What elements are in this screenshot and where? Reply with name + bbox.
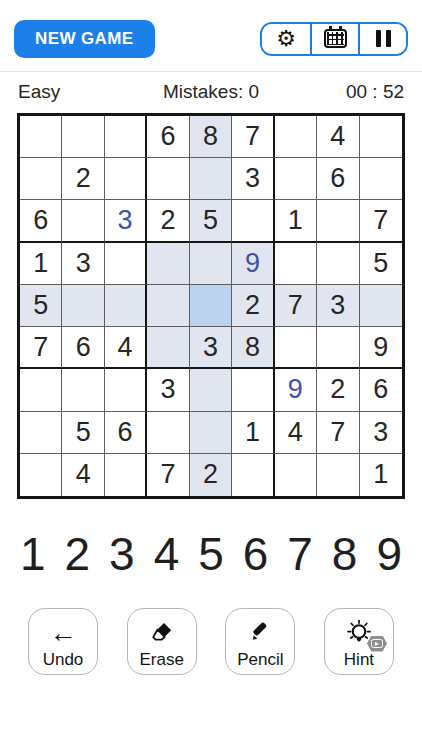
numpad-8[interactable]: 8 [332, 529, 358, 580]
cell-r5c4[interactable] [147, 285, 189, 327]
cell-r2c4[interactable] [147, 158, 189, 200]
cell-r9c7[interactable] [275, 454, 317, 496]
new-game-button[interactable]: NEW GAME [14, 20, 155, 58]
cell-r7c9[interactable]: 6 [360, 369, 402, 411]
cell-r6c5[interactable]: 3 [190, 327, 232, 369]
cell-r8c3[interactable]: 6 [105, 412, 147, 454]
cell-r9c3[interactable] [105, 454, 147, 496]
cell-r8c6[interactable]: 1 [232, 412, 274, 454]
cell-r5c6[interactable]: 2 [232, 285, 274, 327]
cell-r6c7[interactable] [275, 327, 317, 369]
cell-r8c1[interactable] [20, 412, 62, 454]
numpad-2[interactable]: 2 [65, 529, 91, 580]
cell-r4c9[interactable]: 5 [360, 243, 402, 285]
cell-r4c4[interactable] [147, 243, 189, 285]
toolbar: ← Undo Erase Pencil [0, 608, 422, 675]
erase-label: Erase [139, 651, 183, 668]
cell-r9c1[interactable] [20, 454, 62, 496]
cell-r8c4[interactable] [147, 412, 189, 454]
cell-r6c8[interactable] [317, 327, 359, 369]
mistakes-label: Mistakes: 0 [147, 81, 276, 103]
cell-r9c8[interactable] [317, 454, 359, 496]
cell-r3c2[interactable] [62, 200, 104, 242]
cell-r2c8[interactable]: 6 [317, 158, 359, 200]
cell-r7c6[interactable] [232, 369, 274, 411]
gear-icon: ⚙ [276, 28, 296, 50]
cell-r3c6[interactable] [232, 200, 274, 242]
cell-r2c9[interactable] [360, 158, 402, 200]
cell-r8c7[interactable]: 4 [275, 412, 317, 454]
cell-r7c1[interactable] [20, 369, 62, 411]
undo-arrow-icon: ← [50, 620, 77, 647]
cell-r2c7[interactable] [275, 158, 317, 200]
hint-button[interactable]: Hint [324, 608, 394, 675]
cell-r3c3[interactable]: 3 [105, 200, 147, 242]
number-pad: 123456789 [0, 529, 422, 580]
cell-r4c1[interactable]: 1 [20, 243, 62, 285]
calendar-icon [324, 29, 347, 48]
play-icon [375, 642, 379, 646]
calendar-tab [329, 26, 332, 31]
hint-label: Hint [344, 651, 374, 668]
cell-r6c9[interactable]: 9 [360, 327, 402, 369]
settings-button[interactable]: ⚙ [262, 24, 310, 54]
numpad-7[interactable]: 7 [287, 529, 313, 580]
cell-r7c7[interactable]: 9 [275, 369, 317, 411]
cell-r3c4[interactable]: 2 [147, 200, 189, 242]
cell-r7c5[interactable] [190, 369, 232, 411]
cell-r4c8[interactable] [317, 243, 359, 285]
cell-r2c3[interactable] [105, 158, 147, 200]
difficulty-label: Easy [18, 81, 147, 103]
calendar-tab [339, 26, 342, 31]
cell-r6c4[interactable] [147, 327, 189, 369]
numpad-4[interactable]: 4 [154, 529, 180, 580]
cell-r1c7[interactable] [275, 116, 317, 158]
numpad-9[interactable]: 9 [376, 529, 402, 580]
cell-r2c1[interactable] [20, 158, 62, 200]
cell-r9c4[interactable]: 7 [147, 454, 189, 496]
cell-r3c8[interactable] [317, 200, 359, 242]
calendar-grid [327, 32, 344, 45]
cell-r5c9[interactable] [360, 285, 402, 327]
cell-r1c8[interactable]: 4 [317, 116, 359, 158]
cell-r2c6[interactable]: 3 [232, 158, 274, 200]
cell-r8c5[interactable] [190, 412, 232, 454]
cell-r7c3[interactable] [105, 369, 147, 411]
cell-r3c5[interactable]: 5 [190, 200, 232, 242]
cell-r7c8[interactable]: 2 [317, 369, 359, 411]
numpad-6[interactable]: 6 [243, 529, 269, 580]
status-row: Easy Mistakes: 0 00 : 52 [0, 72, 422, 111]
pencil-label: Pencil [237, 651, 283, 668]
cell-r4c5[interactable] [190, 243, 232, 285]
cell-r7c2[interactable] [62, 369, 104, 411]
cell-r5c2[interactable] [62, 285, 104, 327]
numpad-5[interactable]: 5 [198, 529, 224, 580]
pause-button[interactable] [358, 24, 406, 54]
cell-r7c4[interactable]: 3 [147, 369, 189, 411]
eraser-icon [148, 619, 175, 649]
cell-r5c7[interactable]: 7 [275, 285, 317, 327]
cell-r9c5[interactable]: 2 [190, 454, 232, 496]
undo-button[interactable]: ← Undo [28, 608, 98, 675]
cell-r6c3[interactable]: 4 [105, 327, 147, 369]
cell-r5c5[interactable] [190, 285, 232, 327]
cell-r4c3[interactable] [105, 243, 147, 285]
cell-r6c1[interactable]: 7 [20, 327, 62, 369]
cell-r8c9[interactable]: 3 [360, 412, 402, 454]
cell-r1c2[interactable] [62, 116, 104, 158]
numpad-3[interactable]: 3 [109, 529, 135, 580]
numpad-1[interactable]: 1 [20, 529, 46, 580]
lightbulb-icon [344, 619, 374, 649]
cell-r1c1[interactable] [20, 116, 62, 158]
cell-r1c4[interactable]: 6 [147, 116, 189, 158]
cell-r2c5[interactable] [190, 158, 232, 200]
sudoku-board: 6874236632517139552737643893926561473472… [17, 113, 405, 499]
top-bar: NEW GAME ⚙ [0, 0, 422, 72]
cell-r4c2[interactable]: 3 [62, 243, 104, 285]
cell-r1c3[interactable] [105, 116, 147, 158]
cell-r5c1[interactable]: 5 [20, 285, 62, 327]
cell-r6c2[interactable]: 6 [62, 327, 104, 369]
pause-icon [376, 30, 391, 47]
timer-label: 00 : 52 [275, 81, 404, 103]
pencil-icon [247, 619, 273, 648]
cell-r5c3[interactable] [105, 285, 147, 327]
cell-r2c2[interactable]: 2 [62, 158, 104, 200]
cell-r4c6[interactable]: 9 [232, 243, 274, 285]
undo-label: Undo [43, 651, 84, 668]
cell-r3c9[interactable]: 7 [360, 200, 402, 242]
cell-r3c1[interactable]: 6 [20, 200, 62, 242]
cell-r6c6[interactable]: 8 [232, 327, 274, 369]
cell-r4c7[interactable] [275, 243, 317, 285]
cell-r1c9[interactable] [360, 116, 402, 158]
cell-r8c2[interactable]: 5 [62, 412, 104, 454]
cell-r1c6[interactable]: 7 [232, 116, 274, 158]
cell-r9c2[interactable]: 4 [62, 454, 104, 496]
cell-r1c5[interactable]: 8 [190, 116, 232, 158]
cell-r9c6[interactable] [232, 454, 274, 496]
cell-r8c8[interactable]: 7 [317, 412, 359, 454]
pencil-button[interactable]: Pencil [225, 608, 295, 675]
statistics-button[interactable] [310, 24, 358, 54]
cell-r5c8[interactable]: 3 [317, 285, 359, 327]
erase-button[interactable]: Erase [127, 608, 197, 675]
cell-r9c9[interactable]: 1 [360, 454, 402, 496]
cell-r3c7[interactable]: 1 [275, 200, 317, 242]
header-button-group: ⚙ [260, 22, 408, 56]
